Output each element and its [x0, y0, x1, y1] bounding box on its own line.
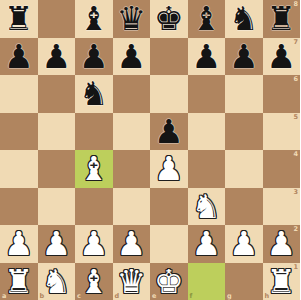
- coord-rank-5: 5: [293, 114, 298, 121]
- black-pawn: ♟: [41, 40, 71, 73]
- square-a3[interactable]: [0, 188, 38, 226]
- coord-rank-7: 7: [293, 39, 298, 46]
- square-g6[interactable]: [225, 75, 263, 113]
- coord-rank-6: 6: [293, 76, 298, 83]
- coord-rank-2: 2: [293, 226, 298, 233]
- black-pawn: ♟: [191, 40, 221, 73]
- square-b6[interactable]: [38, 75, 76, 113]
- square-h7[interactable]: 7♟: [263, 38, 301, 76]
- black-pawn: ♟: [229, 40, 259, 73]
- coord-file-b: b: [40, 293, 45, 300]
- square-d4[interactable]: [113, 150, 151, 188]
- white-rook: ♜: [4, 265, 34, 298]
- white-pawn: ♟: [229, 227, 259, 260]
- white-pawn: ♟: [116, 227, 146, 260]
- square-b2[interactable]: ♟: [38, 225, 76, 263]
- white-knight: ♞: [191, 190, 221, 223]
- coord-rank-8: 8: [293, 1, 298, 8]
- square-a5[interactable]: [0, 113, 38, 151]
- square-c6[interactable]: ♞: [75, 75, 113, 113]
- coord-file-g: g: [227, 293, 232, 300]
- square-a2[interactable]: ♟: [0, 225, 38, 263]
- black-bishop: ♝: [79, 2, 109, 35]
- square-e7[interactable]: [150, 38, 188, 76]
- square-g8[interactable]: ♞: [225, 0, 263, 38]
- black-king: ♚: [154, 2, 184, 35]
- square-e2[interactable]: [150, 225, 188, 263]
- square-f5[interactable]: [188, 113, 226, 151]
- coord-file-f: f: [190, 293, 193, 300]
- square-e3[interactable]: [150, 188, 188, 226]
- square-g5[interactable]: [225, 113, 263, 151]
- coord-rank-1: 1: [293, 264, 298, 271]
- square-h5[interactable]: 5: [263, 113, 301, 151]
- square-c7[interactable]: ♟: [75, 38, 113, 76]
- square-b5[interactable]: [38, 113, 76, 151]
- square-b1[interactable]: b♞: [38, 263, 76, 300]
- square-e5[interactable]: ♟: [150, 113, 188, 151]
- square-f1[interactable]: f: [188, 263, 226, 300]
- coord-rank-3: 3: [293, 189, 298, 196]
- white-bishop: ♝: [79, 265, 109, 298]
- chess-board: ♜♝♛♚♝♞8♜♟♟♟♟♟♟7♟♞6♟5♝♟4♞3♟♟♟♟♟♟2♟a♜b♞c♝d…: [0, 0, 300, 300]
- square-g1[interactable]: g: [225, 263, 263, 300]
- square-e1[interactable]: e♚: [150, 263, 188, 300]
- square-c5[interactable]: [75, 113, 113, 151]
- square-c4[interactable]: ♝: [75, 150, 113, 188]
- square-h8[interactable]: 8♜: [263, 0, 301, 38]
- white-pawn: ♟: [4, 227, 34, 260]
- square-f6[interactable]: [188, 75, 226, 113]
- square-a1[interactable]: a♜: [0, 263, 38, 300]
- square-d3[interactable]: [113, 188, 151, 226]
- square-a8[interactable]: ♜: [0, 0, 38, 38]
- coord-file-a: a: [2, 293, 6, 300]
- square-g7[interactable]: ♟: [225, 38, 263, 76]
- square-c8[interactable]: ♝: [75, 0, 113, 38]
- white-pawn: ♟: [191, 227, 221, 260]
- square-c1[interactable]: c♝: [75, 263, 113, 300]
- black-pawn: ♟: [154, 115, 184, 148]
- square-h4[interactable]: 4: [263, 150, 301, 188]
- square-d8[interactable]: ♛: [113, 0, 151, 38]
- coord-file-e: e: [152, 293, 156, 300]
- square-d2[interactable]: ♟: [113, 225, 151, 263]
- coord-file-h: h: [265, 293, 270, 300]
- white-queen: ♛: [116, 265, 146, 298]
- square-d6[interactable]: [113, 75, 151, 113]
- square-d5[interactable]: [113, 113, 151, 151]
- black-pawn: ♟: [266, 40, 296, 73]
- black-rook: ♜: [266, 2, 296, 35]
- square-f2[interactable]: ♟: [188, 225, 226, 263]
- square-a4[interactable]: [0, 150, 38, 188]
- square-b3[interactable]: [38, 188, 76, 226]
- white-pawn: ♟: [154, 152, 184, 185]
- square-g4[interactable]: [225, 150, 263, 188]
- square-h2[interactable]: 2♟: [263, 225, 301, 263]
- square-b4[interactable]: [38, 150, 76, 188]
- square-h1[interactable]: 1h♜: [263, 263, 301, 300]
- white-rook: ♜: [266, 265, 296, 298]
- square-e4[interactable]: ♟: [150, 150, 188, 188]
- square-a7[interactable]: ♟: [0, 38, 38, 76]
- coord-file-c: c: [77, 293, 81, 300]
- white-bishop: ♝: [79, 152, 109, 185]
- square-e6[interactable]: [150, 75, 188, 113]
- square-c2[interactable]: ♟: [75, 225, 113, 263]
- square-f3[interactable]: ♞: [188, 188, 226, 226]
- square-c3[interactable]: [75, 188, 113, 226]
- white-king: ♚: [154, 265, 184, 298]
- white-pawn: ♟: [266, 227, 296, 260]
- coord-rank-4: 4: [293, 151, 298, 158]
- square-f4[interactable]: [188, 150, 226, 188]
- square-g2[interactable]: ♟: [225, 225, 263, 263]
- square-e8[interactable]: ♚: [150, 0, 188, 38]
- square-b8[interactable]: [38, 0, 76, 38]
- square-h6[interactable]: 6: [263, 75, 301, 113]
- black-pawn: ♟: [4, 40, 34, 73]
- black-rook: ♜: [4, 2, 34, 35]
- black-pawn: ♟: [116, 40, 146, 73]
- square-h3[interactable]: 3: [263, 188, 301, 226]
- coord-file-d: d: [115, 293, 120, 300]
- white-pawn: ♟: [41, 227, 71, 260]
- black-queen: ♛: [116, 2, 146, 35]
- square-d7[interactable]: ♟: [113, 38, 151, 76]
- square-f7[interactable]: ♟: [188, 38, 226, 76]
- white-knight: ♞: [41, 265, 71, 298]
- square-d1[interactable]: d♛: [113, 263, 151, 300]
- black-knight: ♞: [79, 77, 109, 110]
- black-bishop: ♝: [191, 2, 221, 35]
- square-f8[interactable]: ♝: [188, 0, 226, 38]
- black-knight: ♞: [229, 2, 259, 35]
- black-pawn: ♟: [79, 40, 109, 73]
- square-b7[interactable]: ♟: [38, 38, 76, 76]
- square-a6[interactable]: [0, 75, 38, 113]
- white-pawn: ♟: [79, 227, 109, 260]
- square-g3[interactable]: [225, 188, 263, 226]
